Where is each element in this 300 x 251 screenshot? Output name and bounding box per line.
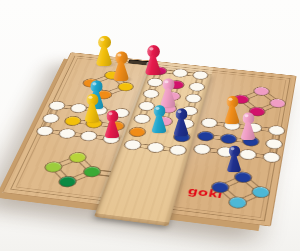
pawn-body	[151, 115, 166, 134]
pawn-body	[174, 117, 189, 136]
pawn-turquoise[interactable]	[151, 106, 166, 134]
pawn-yellow[interactable]	[85, 94, 100, 122]
pawn-body	[224, 105, 239, 124]
pawn-pink[interactable]	[160, 78, 175, 107]
pawn-red[interactable]	[145, 45, 161, 75]
pawn-yellow[interactable]	[96, 35, 112, 65]
pawn-body	[227, 154, 241, 172]
pawn-body	[113, 61, 129, 81]
pawn-red[interactable]	[104, 110, 119, 138]
pawn-body	[160, 87, 175, 107]
pawn-body	[145, 55, 161, 75]
pawn-body	[96, 45, 112, 66]
pawn-navy[interactable]	[227, 145, 241, 172]
pawn-orange[interactable]	[113, 51, 129, 81]
pawn-body	[104, 119, 119, 138]
pawn-body	[85, 103, 100, 122]
pawn-body	[241, 121, 256, 140]
product-photo-stage: goki	[0, 0, 300, 251]
pawn-layer	[0, 0, 300, 251]
pawn-orange[interactable]	[224, 96, 239, 124]
pawn-navy[interactable]	[174, 108, 189, 136]
pawn-pink[interactable]	[241, 112, 256, 140]
